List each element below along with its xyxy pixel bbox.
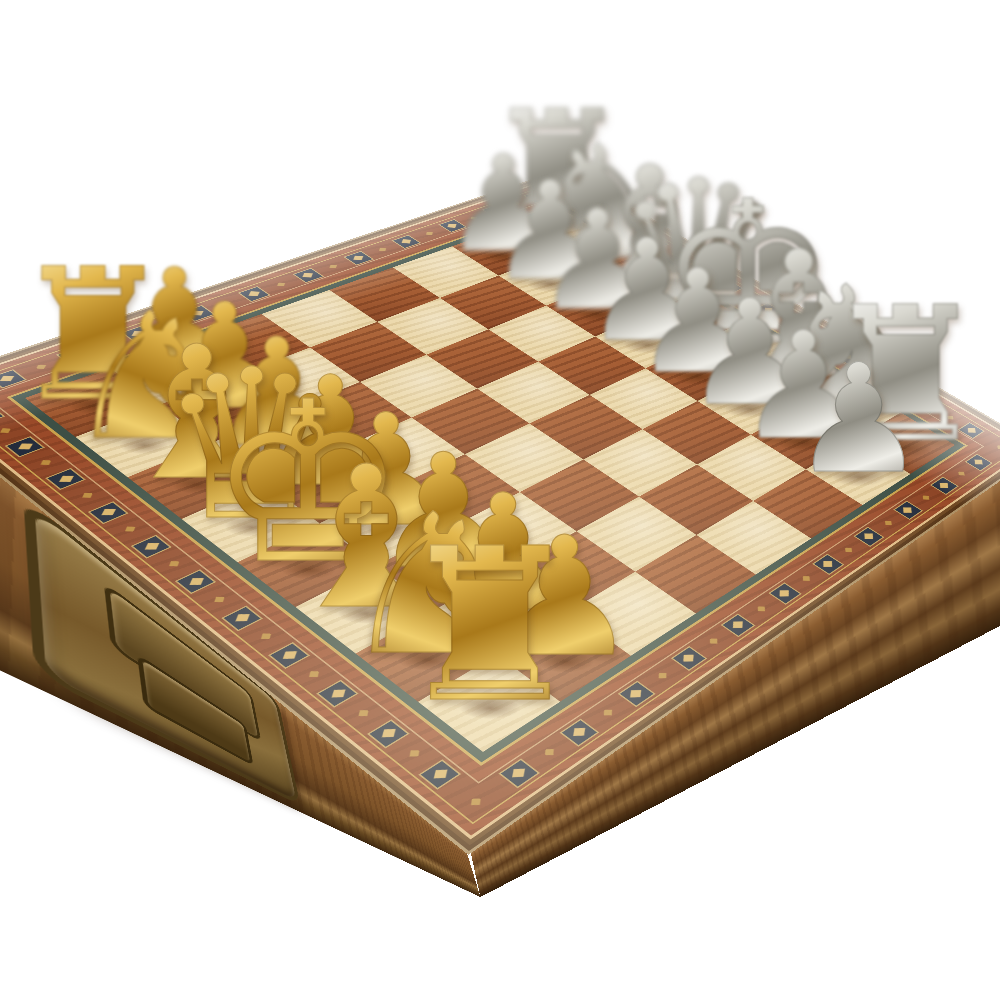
mosaic-connector-icon bbox=[122, 524, 139, 534]
mosaic-diamond-icon bbox=[817, 557, 838, 571]
mosaic-connector-icon bbox=[600, 707, 616, 718]
mosaic-tile bbox=[670, 646, 706, 671]
mosaic-diamond-icon bbox=[898, 504, 917, 517]
mosaic-diamond-icon bbox=[348, 253, 368, 262]
mosaic-connector-icon bbox=[406, 747, 424, 759]
mosaic-tile bbox=[343, 251, 374, 266]
mosaic-tile bbox=[767, 582, 800, 604]
mosaic-connector-icon bbox=[706, 636, 721, 646]
mosaic-diamond-icon bbox=[859, 530, 879, 543]
mosaic-connector-icon bbox=[655, 670, 670, 681]
mosaic-tile bbox=[0, 405, 6, 425]
chess-set-photo: ♜♞♝♛♚♝♞♜♟♟♟♟♟♟♟♟♟♟♟♟♟♟♟♟♜♞♝♛♚♝♞♜ bbox=[0, 0, 1000, 1000]
mosaic-diamond-icon bbox=[727, 617, 750, 632]
piece-white-rook-h1[interactable]: ♜ bbox=[396, 521, 585, 732]
mosaic-tile bbox=[419, 759, 462, 789]
mosaic-connector-icon bbox=[38, 458, 55, 467]
mosaic-diamond-icon bbox=[427, 764, 455, 784]
mosaic-connector-icon bbox=[355, 707, 372, 719]
mosaic-connector-icon bbox=[842, 546, 855, 555]
mosaic-diamond-icon bbox=[677, 650, 701, 666]
mosaic-diamond-icon bbox=[995, 444, 1000, 451]
mosaic-diamond-icon bbox=[397, 237, 416, 246]
mosaic-tile bbox=[853, 526, 884, 546]
mosaic-tile bbox=[498, 758, 540, 788]
mosaic-connector-icon bbox=[257, 631, 274, 642]
mosaic-connector-icon bbox=[800, 574, 814, 583]
mosaic-diamond-icon bbox=[773, 586, 795, 601]
mosaic-diamond-icon bbox=[229, 609, 256, 626]
mosaic-tile bbox=[391, 234, 421, 248]
mosaic-diamond-icon bbox=[467, 795, 485, 808]
mosaic-diamond-icon bbox=[12, 440, 38, 454]
mosaic-connector-icon bbox=[327, 263, 340, 269]
mosaic-diamond-icon bbox=[505, 763, 532, 782]
mosaic-tile bbox=[720, 613, 755, 637]
mosaic-corner bbox=[448, 782, 504, 822]
mosaic-connector-icon bbox=[376, 247, 388, 253]
mosaic-connector-icon bbox=[305, 669, 322, 680]
mosaic-connector-icon bbox=[882, 519, 895, 527]
mosaic-connector-icon bbox=[423, 231, 435, 237]
mosaic-tile bbox=[292, 268, 324, 283]
mosaic-connector-icon bbox=[754, 604, 768, 614]
piece-black-pawn-h7[interactable]: ♟ bbox=[792, 345, 926, 495]
mosaic-diamond-icon bbox=[183, 574, 210, 590]
mosaic-tile bbox=[812, 553, 844, 574]
mosaic-connector-icon bbox=[79, 491, 96, 500]
mosaic-diamond-icon bbox=[297, 270, 318, 280]
